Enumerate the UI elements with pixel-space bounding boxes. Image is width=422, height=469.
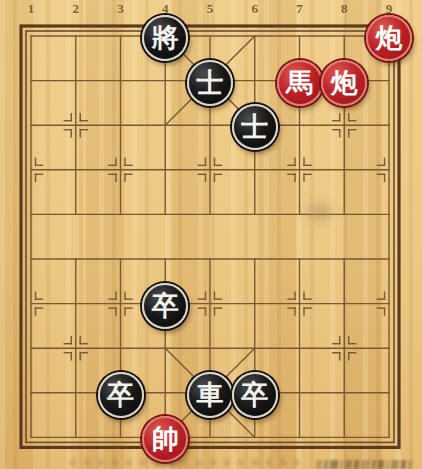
piece-black-general[interactable]: 將 xyxy=(142,15,188,61)
piece-red-cannon[interactable]: 炮 xyxy=(366,15,412,61)
piece-red-cannon[interactable]: 炮 xyxy=(321,60,367,106)
watermark xyxy=(314,451,412,462)
piece-black-soldier[interactable]: 卒 xyxy=(142,283,188,329)
piece-black-soldier[interactable]: 卒 xyxy=(232,372,278,418)
piece-black-soldier[interactable]: 卒 xyxy=(98,372,144,418)
piece-red-general[interactable]: 帥 xyxy=(142,416,188,462)
piece-black-advisor[interactable]: 士 xyxy=(232,104,278,150)
piece-red-horse[interactable]: 馬 xyxy=(277,60,323,106)
piece-black-chariot[interactable]: 車 xyxy=(187,372,233,418)
piece-black-advisor[interactable]: 士 xyxy=(187,60,233,106)
xiangqi-app: 123456789 將炮士馬炮士卒卒車卒帥 xyxy=(0,0,422,469)
